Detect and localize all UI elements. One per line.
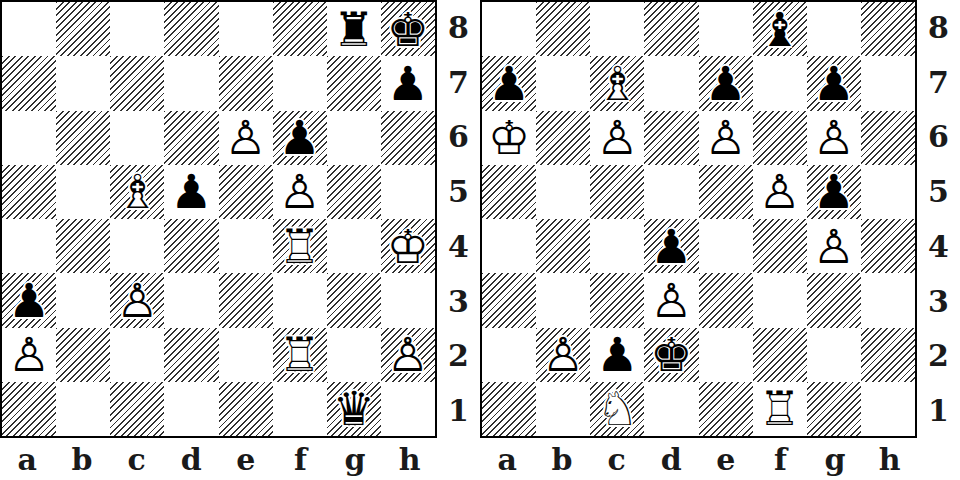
square-d8 [644, 2, 698, 56]
square-g6 [327, 111, 381, 165]
square-b6 [536, 111, 590, 165]
square-a4 [2, 219, 56, 273]
square-c1 [110, 382, 164, 436]
piece-glyph: ♟ [699, 56, 753, 110]
file-label-b: b [55, 438, 110, 480]
square-e4 [219, 219, 273, 273]
black-pawn: ♟♟ [590, 328, 644, 382]
black-bishop: ♝♝ [753, 2, 807, 56]
square-g5 [327, 165, 381, 219]
white-king: ♚♔ [381, 219, 435, 273]
white-pawn: ♟♙ [381, 328, 435, 382]
square-c2 [110, 328, 164, 382]
square-c2: ♟♟ [590, 328, 644, 382]
black-pawn: ♟♟ [381, 56, 435, 110]
piece-glyph: ♙ [807, 111, 861, 165]
file-label-h: h [382, 438, 437, 480]
white-knight: ♞♘ [590, 382, 644, 436]
left-rank-labels: 87654321 [437, 0, 480, 438]
black-pawn: ♟♟ [807, 56, 861, 110]
piece-glyph: ♟ [164, 165, 218, 219]
piece-glyph: ♟ [273, 111, 327, 165]
square-f5: ♟♙ [753, 165, 807, 219]
black-pawn: ♟♟ [807, 165, 861, 219]
white-rook: ♜♖ [753, 382, 807, 436]
square-c8 [110, 2, 164, 56]
square-g2 [327, 328, 381, 382]
rank-label-1: 1 [917, 383, 960, 438]
file-label-a: a [0, 438, 55, 480]
piece-glyph: ♔ [381, 219, 435, 273]
square-e5 [219, 165, 273, 219]
square-b5 [56, 165, 110, 219]
file-label-e: e [699, 438, 754, 480]
black-pawn: ♟♟ [273, 111, 327, 165]
square-e1 [699, 382, 753, 436]
square-b2 [56, 328, 110, 382]
white-bishop: ♝♗ [590, 56, 644, 110]
piece-glyph: ♚ [644, 328, 698, 382]
square-c7: ♝♗ [590, 56, 644, 110]
square-d3: ♟♙ [644, 273, 698, 327]
file-label-c: c [109, 438, 164, 480]
file-label-d: d [164, 438, 219, 480]
white-rook: ♜♖ [273, 328, 327, 382]
square-c7 [110, 56, 164, 110]
square-f2: ♜♖ [273, 328, 327, 382]
square-c3: ♟♙ [110, 273, 164, 327]
file-label-d: d [644, 438, 699, 480]
file-label-a: a [480, 438, 535, 480]
file-label-b: b [535, 438, 590, 480]
rank-label-1: 1 [437, 383, 480, 438]
rank-label-5: 5 [917, 164, 960, 219]
square-e8 [219, 2, 273, 56]
square-g8: ♜♜ [327, 2, 381, 56]
white-pawn: ♟♙ [536, 328, 590, 382]
square-a5 [2, 165, 56, 219]
square-h1 [381, 382, 435, 436]
right-rank-labels: 87654321 [917, 0, 960, 438]
piece-glyph: ♛ [327, 382, 381, 436]
white-pawn: ♟♙ [644, 273, 698, 327]
square-h7: ♟♟ [381, 56, 435, 110]
square-a5 [482, 165, 536, 219]
square-g4 [327, 219, 381, 273]
black-king: ♚♚ [381, 2, 435, 56]
square-d1 [644, 382, 698, 436]
white-king: ♚♔ [482, 111, 536, 165]
square-e4 [699, 219, 753, 273]
left-diagram: ♜♜♚♚♟♟♟♙♟♟♝♗♟♟♟♙♜♖♚♔♟♟♟♙♟♙♜♖♟♙♛♛ 8765432… [0, 0, 480, 480]
square-b3 [56, 273, 110, 327]
piece-glyph: ♟ [590, 328, 644, 382]
piece-glyph: ♟ [482, 56, 536, 110]
square-c5 [590, 165, 644, 219]
square-b4 [536, 219, 590, 273]
white-pawn: ♟♙ [273, 165, 327, 219]
black-king: ♚♚ [644, 328, 698, 382]
square-f3 [753, 273, 807, 327]
square-d2 [164, 328, 218, 382]
square-a1 [482, 382, 536, 436]
square-f8 [273, 2, 327, 56]
square-a2: ♟♙ [2, 328, 56, 382]
square-a4 [482, 219, 536, 273]
left-board: ♜♜♚♚♟♟♟♙♟♟♝♗♟♟♟♙♜♖♚♔♟♟♟♙♟♙♜♖♟♙♛♛ [0, 0, 437, 438]
piece-glyph: ♙ [381, 328, 435, 382]
file-label-c: c [589, 438, 644, 480]
square-f1 [273, 382, 327, 436]
square-a3: ♟♟ [2, 273, 56, 327]
rank-label-4: 4 [917, 219, 960, 274]
piece-glyph: ♙ [110, 273, 164, 327]
piece-glyph: ♙ [536, 328, 590, 382]
rank-label-8: 8 [437, 0, 480, 55]
file-label-f: f [753, 438, 808, 480]
square-a7: ♟♟ [482, 56, 536, 110]
piece-glyph: ♙ [644, 273, 698, 327]
piece-glyph: ♖ [273, 328, 327, 382]
right-diagram: ♝♝♟♟♝♗♟♟♟♟♚♔♟♙♟♙♟♙♟♙♟♟♟♟♟♙♟♙♟♙♟♟♚♚♞♘♜♖ 8… [480, 0, 960, 480]
piece-glyph: ♗ [590, 56, 644, 110]
square-f8: ♝♝ [753, 2, 807, 56]
black-queen: ♛♛ [327, 382, 381, 436]
square-a6 [2, 111, 56, 165]
square-b6 [56, 111, 110, 165]
white-pawn: ♟♙ [219, 111, 273, 165]
square-h8: ♚♚ [381, 2, 435, 56]
white-rook: ♜♖ [273, 219, 327, 273]
square-b7 [536, 56, 590, 110]
piece-glyph: ♙ [753, 165, 807, 219]
right-board: ♝♝♟♟♝♗♟♟♟♟♚♔♟♙♟♙♟♙♟♙♟♟♟♟♟♙♟♙♟♙♟♟♚♚♞♘♜♖ [480, 0, 917, 438]
square-f6 [753, 111, 807, 165]
square-d8 [164, 2, 218, 56]
square-b2: ♟♙ [536, 328, 590, 382]
piece-glyph: ♙ [590, 111, 644, 165]
square-e3 [699, 273, 753, 327]
square-a7 [2, 56, 56, 110]
rank-label-7: 7 [917, 55, 960, 110]
square-c6: ♟♙ [590, 111, 644, 165]
square-d7 [644, 56, 698, 110]
piece-glyph: ♙ [2, 328, 56, 382]
piece-glyph: ♝ [753, 2, 807, 56]
square-f4: ♜♖ [273, 219, 327, 273]
white-pawn: ♟♙ [699, 111, 753, 165]
square-b3 [536, 273, 590, 327]
square-c1: ♞♘ [590, 382, 644, 436]
black-rook: ♜♜ [327, 2, 381, 56]
piece-glyph: ♘ [590, 382, 644, 436]
square-e2 [219, 328, 273, 382]
square-g7: ♟♟ [807, 56, 861, 110]
piece-glyph: ♙ [807, 219, 861, 273]
square-d1 [164, 382, 218, 436]
square-h5 [381, 165, 435, 219]
square-b4 [56, 219, 110, 273]
square-c3 [590, 273, 644, 327]
square-h7 [861, 56, 915, 110]
square-h6 [861, 111, 915, 165]
square-d7 [164, 56, 218, 110]
square-g7 [327, 56, 381, 110]
square-b1 [536, 382, 590, 436]
square-h4: ♚♔ [381, 219, 435, 273]
file-label-h: h [862, 438, 917, 480]
square-a8 [2, 2, 56, 56]
rank-label-3: 3 [917, 274, 960, 329]
rank-label-6: 6 [437, 110, 480, 165]
square-g4: ♟♙ [807, 219, 861, 273]
square-e7: ♟♟ [699, 56, 753, 110]
square-g5: ♟♟ [807, 165, 861, 219]
square-e7 [219, 56, 273, 110]
square-a2 [482, 328, 536, 382]
square-c6 [110, 111, 164, 165]
square-d4: ♟♟ [644, 219, 698, 273]
white-pawn: ♟♙ [807, 219, 861, 273]
piece-glyph: ♟ [381, 56, 435, 110]
piece-glyph: ♟ [807, 165, 861, 219]
square-g1 [807, 382, 861, 436]
piece-glyph: ♙ [219, 111, 273, 165]
piece-glyph: ♟ [2, 273, 56, 327]
rank-label-3: 3 [437, 274, 480, 329]
square-h5 [861, 165, 915, 219]
square-f6: ♟♟ [273, 111, 327, 165]
square-h1 [861, 382, 915, 436]
rank-label-2: 2 [437, 329, 480, 384]
file-label-f: f [273, 438, 328, 480]
square-d2: ♚♚ [644, 328, 698, 382]
left-file-labels: abcdefgh [0, 438, 437, 480]
square-c8 [590, 2, 644, 56]
piece-glyph: ♔ [482, 111, 536, 165]
piece-glyph: ♙ [699, 111, 753, 165]
square-d4 [164, 219, 218, 273]
square-f7 [273, 56, 327, 110]
rank-label-8: 8 [917, 0, 960, 55]
square-c5: ♝♗ [110, 165, 164, 219]
square-d5: ♟♟ [164, 165, 218, 219]
piece-glyph: ♙ [273, 165, 327, 219]
square-e1 [219, 382, 273, 436]
white-pawn: ♟♙ [2, 328, 56, 382]
square-f7 [753, 56, 807, 110]
square-a3 [482, 273, 536, 327]
square-c4 [590, 219, 644, 273]
square-b8 [536, 2, 590, 56]
square-f2 [753, 328, 807, 382]
square-f1: ♜♖ [753, 382, 807, 436]
square-b8 [56, 2, 110, 56]
black-pawn: ♟♟ [164, 165, 218, 219]
square-h2 [861, 328, 915, 382]
square-d3 [164, 273, 218, 327]
square-g3 [327, 273, 381, 327]
piece-glyph: ♗ [110, 165, 164, 219]
square-b7 [56, 56, 110, 110]
piece-glyph: ♟ [644, 219, 698, 273]
square-c4 [110, 219, 164, 273]
rank-label-5: 5 [437, 164, 480, 219]
square-h8 [861, 2, 915, 56]
file-label-e: e [219, 438, 274, 480]
piece-glyph: ♖ [273, 219, 327, 273]
black-pawn: ♟♟ [482, 56, 536, 110]
square-e6: ♟♙ [699, 111, 753, 165]
square-b1 [56, 382, 110, 436]
square-a6: ♚♔ [482, 111, 536, 165]
square-d6 [164, 111, 218, 165]
square-h3 [381, 273, 435, 327]
square-h2: ♟♙ [381, 328, 435, 382]
square-d6 [644, 111, 698, 165]
square-e6: ♟♙ [219, 111, 273, 165]
white-bishop: ♝♗ [110, 165, 164, 219]
file-label-g: g [328, 438, 383, 480]
black-pawn: ♟♟ [644, 219, 698, 273]
rank-label-6: 6 [917, 110, 960, 165]
square-g6: ♟♙ [807, 111, 861, 165]
square-g8 [807, 2, 861, 56]
rank-label-2: 2 [917, 329, 960, 384]
piece-glyph: ♖ [753, 382, 807, 436]
rank-label-4: 4 [437, 219, 480, 274]
square-f3 [273, 273, 327, 327]
square-e8 [699, 2, 753, 56]
square-b5 [536, 165, 590, 219]
right-file-labels: abcdefgh [480, 438, 917, 480]
piece-glyph: ♟ [807, 56, 861, 110]
piece-glyph: ♜ [327, 2, 381, 56]
square-e5 [699, 165, 753, 219]
square-e2 [699, 328, 753, 382]
rank-label-7: 7 [437, 55, 480, 110]
square-g3 [807, 273, 861, 327]
square-f4 [753, 219, 807, 273]
square-a8 [482, 2, 536, 56]
white-pawn: ♟♙ [807, 111, 861, 165]
white-pawn: ♟♙ [590, 111, 644, 165]
chess-diagram-pair: ♜♜♚♚♟♟♟♙♟♟♝♗♟♟♟♙♜♖♚♔♟♟♟♙♟♙♜♖♟♙♛♛ 8765432… [0, 0, 960, 480]
square-g2 [807, 328, 861, 382]
square-f5: ♟♙ [273, 165, 327, 219]
piece-glyph: ♚ [381, 2, 435, 56]
white-pawn: ♟♙ [753, 165, 807, 219]
white-pawn: ♟♙ [110, 273, 164, 327]
square-h3 [861, 273, 915, 327]
square-h4 [861, 219, 915, 273]
black-pawn: ♟♟ [2, 273, 56, 327]
square-d5 [644, 165, 698, 219]
square-h6 [381, 111, 435, 165]
square-a1 [2, 382, 56, 436]
file-label-g: g [808, 438, 863, 480]
black-pawn: ♟♟ [699, 56, 753, 110]
square-g1: ♛♛ [327, 382, 381, 436]
square-e3 [219, 273, 273, 327]
